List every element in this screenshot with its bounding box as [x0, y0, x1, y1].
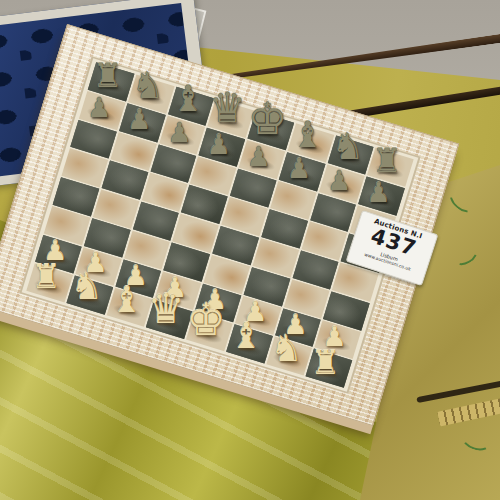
black-bishop[interactable]: ♝: [288, 117, 328, 153]
square-h1[interactable]: ♜: [306, 349, 352, 388]
photo-scene: ♜♞♝♛♚♝♞♜♟♟♟♟♟♟♟♟♟♟♟♟♟♟♟♟♜♞♝♛♚♝♞♜ Auction…: [0, 0, 500, 500]
black-rook[interactable]: ♜: [367, 144, 407, 177]
black-pawn[interactable]: ♟: [79, 94, 119, 121]
black-rook[interactable]: ♜: [88, 59, 128, 92]
black-king[interactable]: ♚: [248, 97, 288, 141]
black-queen[interactable]: ♛: [208, 88, 248, 129]
black-pawn[interactable]: ♟: [199, 130, 239, 157]
white-knight[interactable]: ♞: [266, 330, 306, 366]
white-king[interactable]: ♚: [186, 298, 226, 342]
black-pawn[interactable]: ♟: [359, 179, 399, 206]
square-f1[interactable]: ♝: [226, 324, 272, 363]
white-bishop[interactable]: ♝: [226, 318, 266, 354]
black-pawn[interactable]: ♟: [239, 142, 279, 169]
white-rook[interactable]: ♜: [26, 260, 66, 293]
black-pawn[interactable]: ♟: [279, 155, 319, 182]
black-pawn[interactable]: ♟: [159, 118, 199, 145]
black-bishop[interactable]: ♝: [168, 80, 208, 116]
black-knight[interactable]: ♞: [128, 68, 168, 104]
white-rook[interactable]: ♜: [306, 346, 346, 379]
black-pawn[interactable]: ♟: [319, 167, 359, 194]
white-knight[interactable]: ♞: [66, 269, 106, 305]
white-queen[interactable]: ♛: [146, 289, 186, 330]
white-bishop[interactable]: ♝: [106, 282, 146, 318]
black-pawn[interactable]: ♟: [119, 106, 159, 133]
black-knight[interactable]: ♞: [328, 129, 368, 165]
square-b1[interactable]: ♞: [66, 276, 112, 315]
